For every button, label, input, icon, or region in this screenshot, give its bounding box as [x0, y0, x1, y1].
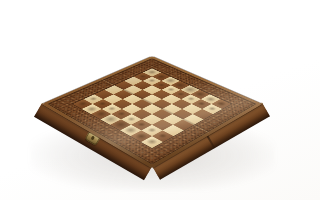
product-photo: ♜♞♝♛♚♝♞♜♟♟♟♟♟♟♟♟♟♟♟♟♟♟♟♟♜♞♝♛♚♝♞♜ — [0, 0, 300, 200]
chess-board: ♜♞♝♛♚♝♞♜♟♟♟♟♟♟♟♟♟♟♟♟♟♟♟♟♜♞♝♛♚♝♞♜ — [42, 56, 263, 168]
pawn-glyph-icon: ♟ — [205, 94, 219, 109]
scene: ♜♞♝♛♚♝♞♜♟♟♟♟♟♟♟♟♟♟♟♟♟♟♟♟♜♞♝♛♚♝♞♜ — [0, 0, 300, 200]
rook-glyph-icon: ♜ — [143, 122, 161, 142]
